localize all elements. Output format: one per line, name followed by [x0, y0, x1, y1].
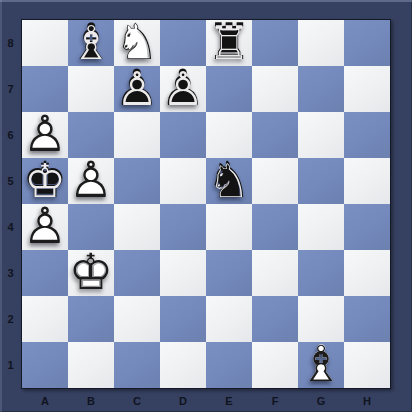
square-e3[interactable] — [206, 250, 252, 296]
square-g8[interactable] — [298, 20, 344, 66]
square-a1[interactable] — [22, 342, 68, 388]
square-f1[interactable] — [252, 342, 298, 388]
piece-black-bishop-b8[interactable]: ♝♗ — [68, 20, 114, 66]
chess-board-frame: ♝♗♞♘♜♖♟♙♟♙♟♙♚♔♟♙♞♘♟♙♚♔♝♗ 87654321ABCDEFG… — [0, 0, 412, 412]
black-pawn-glyph-fill: ♟ — [160, 66, 206, 112]
piece-black-rook-e8[interactable]: ♜♖ — [206, 20, 252, 66]
square-c5[interactable] — [114, 158, 160, 204]
piece-white-bishop-g1[interactable]: ♝♗ — [298, 342, 344, 388]
square-h4[interactable] — [344, 204, 390, 250]
black-pawn-glyph-detail: ♙ — [116, 69, 159, 112]
square-d8[interactable] — [160, 20, 206, 66]
black-king-glyph-detail: ♔ — [24, 161, 67, 204]
square-f3[interactable] — [252, 250, 298, 296]
square-g6[interactable] — [298, 112, 344, 158]
square-e1[interactable] — [206, 342, 252, 388]
square-g2[interactable] — [298, 296, 344, 342]
square-f4[interactable] — [252, 204, 298, 250]
square-d3[interactable] — [160, 250, 206, 296]
square-d1[interactable] — [160, 342, 206, 388]
square-f8[interactable] — [252, 20, 298, 66]
piece-white-knight-c8[interactable]: ♞♘ — [114, 20, 160, 66]
chess-board: ♝♗♞♘♜♖♟♙♟♙♟♙♚♔♟♙♞♘♟♙♚♔♝♗ — [21, 19, 391, 389]
square-a3[interactable] — [22, 250, 68, 296]
square-h8[interactable] — [344, 20, 390, 66]
white-pawn-glyph-fill: ♟ — [22, 204, 68, 250]
white-pawn-glyph-fill: ♟ — [68, 158, 114, 204]
square-c3[interactable] — [114, 250, 160, 296]
square-h5[interactable] — [344, 158, 390, 204]
file-label-b: B — [68, 390, 114, 412]
white-bishop-glyph-fill: ♝ — [298, 342, 344, 388]
piece-white-pawn-b5[interactable]: ♟♙ — [68, 158, 114, 204]
square-b7[interactable] — [68, 66, 114, 112]
piece-black-pawn-c7[interactable]: ♟♙ — [114, 66, 160, 112]
square-g3[interactable] — [298, 250, 344, 296]
square-g5[interactable] — [298, 158, 344, 204]
square-a2[interactable] — [22, 296, 68, 342]
square-a8[interactable] — [22, 20, 68, 66]
rank-label-6: 6 — [0, 112, 21, 158]
square-f2[interactable] — [252, 296, 298, 342]
piece-black-king-a5[interactable]: ♚♔ — [22, 158, 68, 204]
white-king-glyph-detail: ♔ — [68, 250, 114, 296]
square-b4[interactable] — [68, 204, 114, 250]
rank-label-4: 4 — [0, 204, 21, 250]
file-label-f: F — [252, 390, 298, 412]
square-f7[interactable] — [252, 66, 298, 112]
rank-label-1: 1 — [0, 342, 21, 388]
piece-white-king-b3[interactable]: ♚♔ — [68, 250, 114, 296]
square-c6[interactable] — [114, 112, 160, 158]
square-h2[interactable] — [344, 296, 390, 342]
black-pawn-glyph-detail: ♙ — [162, 69, 205, 112]
square-f6[interactable] — [252, 112, 298, 158]
black-knight-glyph-fill: ♞ — [206, 158, 252, 204]
rank-label-2: 2 — [0, 296, 21, 342]
piece-black-knight-e5[interactable]: ♞♘ — [206, 158, 252, 204]
black-king-glyph-fill: ♚ — [22, 158, 68, 204]
file-label-d: D — [160, 390, 206, 412]
square-d2[interactable] — [160, 296, 206, 342]
white-pawn-glyph-fill: ♟ — [22, 112, 68, 158]
square-a7[interactable] — [22, 66, 68, 112]
black-knight-glyph-detail: ♘ — [208, 161, 251, 204]
square-b1[interactable] — [68, 342, 114, 388]
white-knight-glyph-fill: ♞ — [114, 20, 160, 66]
white-pawn-glyph-detail: ♙ — [22, 112, 68, 158]
white-pawn-glyph-detail: ♙ — [68, 158, 114, 204]
square-h7[interactable] — [344, 66, 390, 112]
file-label-a: A — [22, 390, 68, 412]
square-c4[interactable] — [114, 204, 160, 250]
square-e4[interactable] — [206, 204, 252, 250]
square-e7[interactable] — [206, 66, 252, 112]
black-rook-glyph-detail: ♖ — [208, 23, 251, 66]
file-label-e: E — [206, 390, 252, 412]
white-knight-glyph-detail: ♘ — [114, 20, 160, 66]
square-b2[interactable] — [68, 296, 114, 342]
square-d4[interactable] — [160, 204, 206, 250]
rank-label-8: 8 — [0, 20, 21, 66]
piece-black-pawn-d7[interactable]: ♟♙ — [160, 66, 206, 112]
white-bishop-glyph-detail: ♗ — [298, 342, 344, 388]
square-g7[interactable] — [298, 66, 344, 112]
white-pawn-glyph-detail: ♙ — [22, 204, 68, 250]
rank-label-7: 7 — [0, 66, 21, 112]
piece-white-pawn-a6[interactable]: ♟♙ — [22, 112, 68, 158]
file-label-h: H — [344, 390, 390, 412]
black-rook-glyph-fill: ♜ — [206, 20, 252, 66]
rank-label-3: 3 — [0, 250, 21, 296]
square-g4[interactable] — [298, 204, 344, 250]
square-e2[interactable] — [206, 296, 252, 342]
square-d6[interactable] — [160, 112, 206, 158]
square-b6[interactable] — [68, 112, 114, 158]
black-pawn-glyph-fill: ♟ — [114, 66, 160, 112]
square-c2[interactable] — [114, 296, 160, 342]
file-label-g: G — [298, 390, 344, 412]
black-bishop-glyph-detail: ♗ — [70, 23, 113, 66]
white-king-glyph-fill: ♚ — [68, 250, 114, 296]
square-h6[interactable] — [344, 112, 390, 158]
black-bishop-glyph-fill: ♝ — [68, 20, 114, 66]
square-h3[interactable] — [344, 250, 390, 296]
file-label-c: C — [114, 390, 160, 412]
piece-white-pawn-a4[interactable]: ♟♙ — [22, 204, 68, 250]
square-d5[interactable] — [160, 158, 206, 204]
square-f5[interactable] — [252, 158, 298, 204]
rank-label-5: 5 — [0, 158, 21, 204]
square-h1[interactable] — [344, 342, 390, 388]
square-e6[interactable] — [206, 112, 252, 158]
square-c1[interactable] — [114, 342, 160, 388]
